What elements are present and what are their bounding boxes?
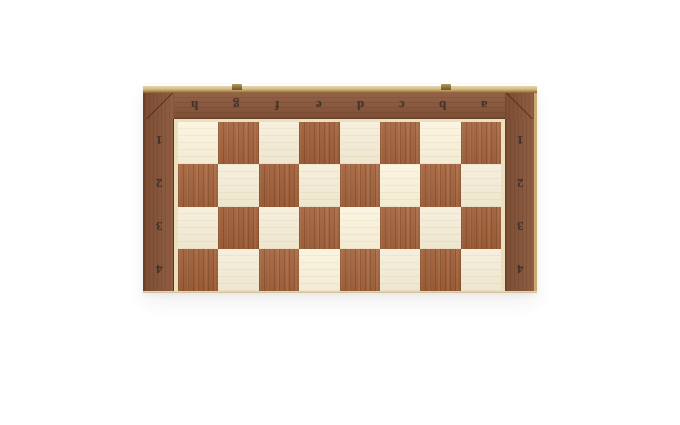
fold-edge [143, 291, 537, 293]
rank-label-right-3: 3 [517, 220, 524, 233]
file-label-c: c [399, 99, 405, 112]
frame-corner-top-left [145, 93, 174, 119]
frame-corner-top-right [505, 93, 534, 119]
square-f4 [259, 249, 299, 291]
square-f2 [259, 164, 299, 206]
file-label-f: f [275, 99, 279, 112]
playing-field [174, 119, 505, 291]
rank-labels-right: 1234 [505, 119, 534, 291]
chessboard: hgfedcba 1234 1234 [143, 84, 537, 293]
file-labels-row: hgfedcba [174, 93, 505, 119]
square-d2 [340, 164, 380, 206]
rank-label-right-4: 4 [517, 263, 524, 276]
hinge-icon [232, 84, 242, 90]
square-f1 [259, 122, 299, 164]
file-label-b: b [439, 99, 446, 112]
file-label-h: h [191, 99, 198, 112]
file-label-g: g [233, 99, 240, 112]
square-g1 [218, 122, 258, 164]
rank-labels-left: 1234 [145, 119, 174, 291]
file-label-a: a [481, 99, 488, 112]
square-h3 [178, 207, 218, 249]
square-g4 [218, 249, 258, 291]
square-c1 [380, 122, 420, 164]
square-b4 [420, 249, 460, 291]
rank-label-left-4: 4 [156, 263, 163, 276]
file-label-e: e [316, 99, 322, 112]
square-h1 [178, 122, 218, 164]
square-a3 [461, 207, 501, 249]
square-g2 [218, 164, 258, 206]
board-top-edge [143, 86, 537, 93]
file-label-d: d [357, 99, 364, 112]
squares-grid [178, 122, 501, 291]
square-b1 [420, 122, 460, 164]
square-a4 [461, 249, 501, 291]
product-photo: hgfedcba 1234 1234 [0, 0, 680, 425]
hinge-icon [441, 84, 451, 90]
square-h4 [178, 249, 218, 291]
rank-label-left-1: 1 [156, 134, 163, 147]
square-d1 [340, 122, 380, 164]
rank-label-right-2: 2 [517, 177, 524, 190]
square-c3 [380, 207, 420, 249]
square-g3 [218, 207, 258, 249]
square-e3 [299, 207, 339, 249]
square-e4 [299, 249, 339, 291]
square-a1 [461, 122, 501, 164]
rank-label-right-1: 1 [517, 134, 524, 147]
square-f3 [259, 207, 299, 249]
square-c4 [380, 249, 420, 291]
square-c2 [380, 164, 420, 206]
square-d3 [340, 207, 380, 249]
square-e2 [299, 164, 339, 206]
square-a2 [461, 164, 501, 206]
square-b2 [420, 164, 460, 206]
rank-label-left-3: 3 [156, 220, 163, 233]
board-frame: hgfedcba 1234 1234 [143, 93, 537, 291]
square-h2 [178, 164, 218, 206]
square-d4 [340, 249, 380, 291]
square-b3 [420, 207, 460, 249]
square-e1 [299, 122, 339, 164]
rank-label-left-2: 2 [156, 177, 163, 190]
